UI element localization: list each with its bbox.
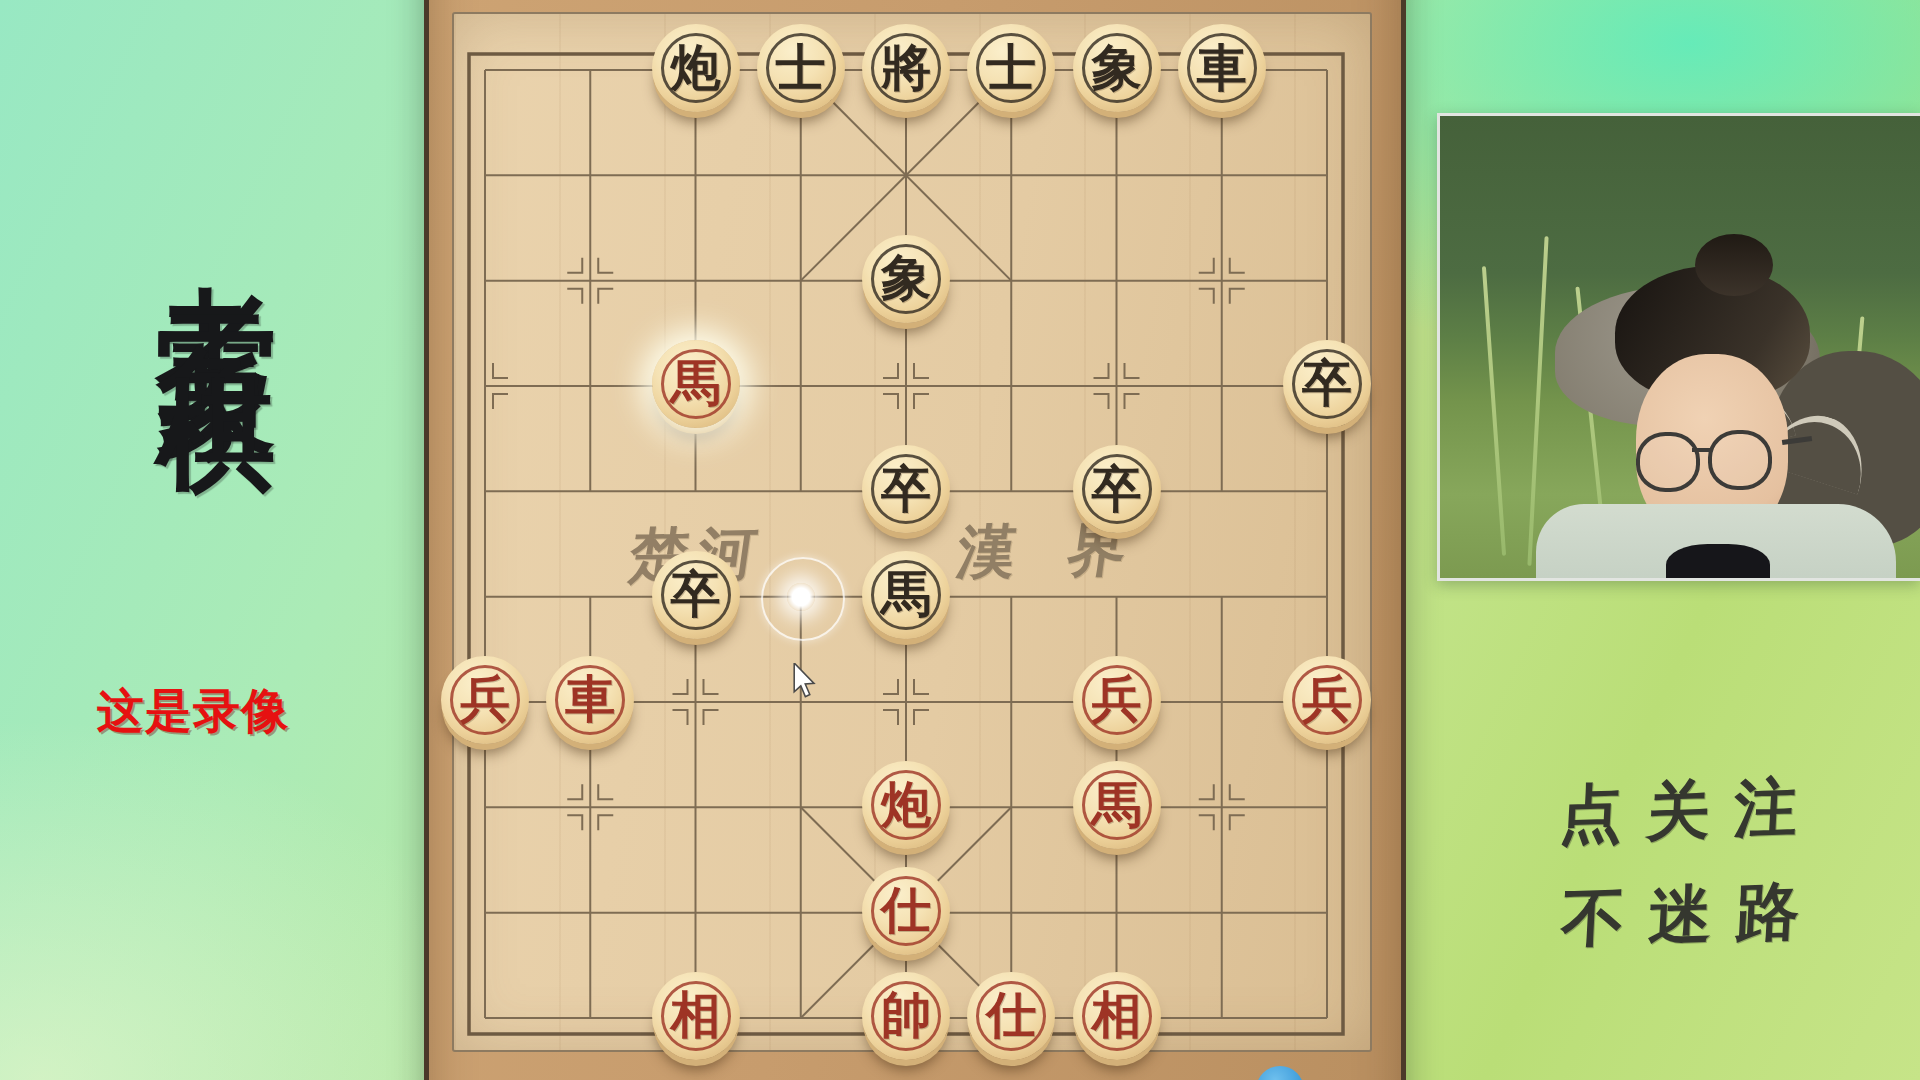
piece-glyph: 馬 [652, 340, 740, 428]
piece-black-卒[interactable]: 卒 [862, 445, 950, 533]
piece-red-炮[interactable]: 炮 [862, 761, 950, 849]
piece-black-炮[interactable]: 炮 [652, 24, 740, 112]
piece-glyph: 炮 [862, 761, 950, 849]
piece-glyph: 象 [862, 235, 950, 323]
piece-red-車[interactable]: 車 [546, 656, 634, 744]
webcam-view [1437, 113, 1920, 581]
piece-black-馬[interactable]: 馬 [862, 551, 950, 639]
piece-red-相[interactable]: 相 [1073, 972, 1161, 1060]
piece-black-士[interactable]: 士 [757, 24, 845, 112]
piece-glyph: 帥 [862, 972, 950, 1060]
piece-glyph: 馬 [862, 551, 950, 639]
piece-glyph: 卒 [1073, 445, 1161, 533]
piece-glyph: 兵 [1283, 656, 1371, 744]
piece-red-仕[interactable]: 仕 [967, 972, 1055, 1060]
glasses-bridge [1692, 448, 1710, 452]
piece-glyph: 卒 [652, 551, 740, 639]
piece-glyph: 相 [652, 972, 740, 1060]
channel-title-vertical: 老雷象棋 [152, 188, 280, 308]
piece-glyph: 車 [546, 656, 634, 744]
piece-red-相[interactable]: 相 [652, 972, 740, 1060]
glasses-lens [1636, 432, 1700, 492]
piece-glyph: 相 [1073, 972, 1161, 1060]
piece-black-車[interactable]: 車 [1178, 24, 1266, 112]
piece-glyph: 士 [967, 24, 1055, 112]
piece-black-士[interactable]: 士 [967, 24, 1055, 112]
piece-red-馬[interactable]: 馬 [652, 340, 740, 428]
piece-glyph: 士 [757, 24, 845, 112]
piece-red-兵[interactable]: 兵 [1283, 656, 1371, 744]
piece-glyph: 仕 [967, 972, 1055, 1060]
piece-glyph: 兵 [441, 656, 529, 744]
piece-black-卒[interactable]: 卒 [1073, 445, 1161, 533]
piece-glyph: 兵 [1073, 656, 1161, 744]
follow-caption-line1: 点关注 [1557, 763, 1823, 858]
streamer-shirt [1666, 544, 1770, 581]
piece-glyph: 馬 [1073, 761, 1161, 849]
piece-black-卒[interactable]: 卒 [652, 551, 740, 639]
piece-glyph: 炮 [652, 24, 740, 112]
piece-red-兵[interactable]: 兵 [1073, 656, 1161, 744]
piece-black-象[interactable]: 象 [1073, 24, 1161, 112]
piece-black-將[interactable]: 將 [862, 24, 950, 112]
piece-black-卒[interactable]: 卒 [1283, 340, 1371, 428]
piece-red-馬[interactable]: 馬 [1073, 761, 1161, 849]
piece-glyph: 將 [862, 24, 950, 112]
streamer-topknot [1695, 234, 1773, 296]
glasses-lens [1708, 430, 1772, 490]
move-origin-glow-dot [787, 583, 815, 611]
piece-black-象[interactable]: 象 [862, 235, 950, 323]
stream-frame: { "game": "xiangqi", "position": { "fen"… [0, 0, 1920, 1080]
weed-stem [1482, 266, 1506, 556]
piece-glyph: 象 [1073, 24, 1161, 112]
piece-red-兵[interactable]: 兵 [441, 656, 529, 744]
piece-red-仕[interactable]: 仕 [862, 867, 950, 955]
weed-stem [1527, 236, 1548, 566]
recording-label: 这是录像 [97, 680, 289, 743]
piece-glyph: 車 [1178, 24, 1266, 112]
piece-glyph: 仕 [862, 867, 950, 955]
follow-caption-line2: 不迷路 [1559, 867, 1825, 962]
piece-glyph: 卒 [1283, 340, 1371, 428]
piece-red-帥[interactable]: 帥 [862, 972, 950, 1060]
piece-glyph: 卒 [862, 445, 950, 533]
mouse-cursor [792, 663, 818, 699]
